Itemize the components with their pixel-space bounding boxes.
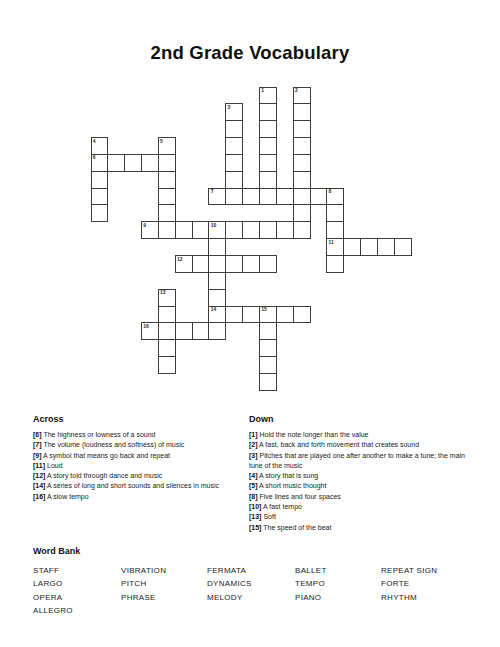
across-clue-11: [11] Loud [33,461,245,471]
grid-cell-r11c7[interactable] [208,272,226,290]
grid-cell-r16c10[interactable] [259,356,277,374]
grid-cell-r0c10[interactable]: 1 [259,87,277,105]
puzzle-title: 2nd Grade Vocabulary [0,42,500,64]
word-bank-column-4: BALLETTEMPOPIANO [295,564,381,617]
across-clue-16: [16] A slow tempo [33,492,245,502]
cell-number-2: 2 [295,88,298,93]
grid-cell-r8c4[interactable] [158,221,176,239]
grid-cell-r6c9[interactable] [242,188,260,206]
grid-cell-r16c4[interactable] [158,356,176,374]
grid-cell-r15c4[interactable] [158,339,176,357]
grid-cell-r3c8[interactable] [225,137,243,155]
word-bank-column-2: VIBRATIONPITCHPHRASE [121,564,207,617]
word-bank-section: Word Bank STAFFLARGOOPERAALLEGROVIBRATIO… [33,546,473,617]
grid-cell-r9c17[interactable] [377,238,395,256]
grid-cell-r8c8[interactable] [225,221,243,239]
grid-cell-r13c4[interactable] [158,306,176,324]
grid-cell-r8c11[interactable] [276,221,294,239]
grid-cell-r6c4[interactable] [158,188,176,206]
grid-cell-r13c9[interactable] [242,306,260,324]
grid-cell-r14c6[interactable] [192,322,210,340]
down-clue-10: [10] A fast tempo [249,502,477,512]
across-clue-list: [6] The highness or lowness of a sound[7… [33,430,245,502]
grid-cell-r8c3[interactable]: 9 [141,221,159,239]
grid-cell-r9c18[interactable] [394,238,412,256]
word-bank-word-dynamics: DYNAMICS [207,577,295,590]
cell-number-7: 7 [211,189,214,194]
grid-cell-r13c11[interactable] [276,306,294,324]
cell-number-5: 5 [160,139,163,144]
grid-cell-r4c1[interactable] [107,154,125,172]
grid-cell-r6c14[interactable]: 8 [326,188,344,206]
cell-number-11: 11 [329,240,334,245]
grid-cell-r14c5[interactable] [175,322,193,340]
grid-cell-r4c2[interactable] [124,154,142,172]
grid-cell-r4c12[interactable] [293,154,311,172]
grid-cell-r13c7[interactable]: 14 [208,306,226,324]
word-bank-word-rhythm: RHYTHM [381,591,437,604]
grid-cell-r13c8[interactable] [225,306,243,324]
grid-cell-r4c4[interactable] [158,154,176,172]
grid-cell-r7c14[interactable] [326,204,344,222]
word-bank-word-ballet: BALLET [295,564,381,577]
cell-number-13: 13 [160,290,166,295]
grid-cell-r13c10[interactable]: 15 [259,306,277,324]
grid-cell-r6c12[interactable] [293,188,311,206]
grid-cell-r7c4[interactable] [158,204,176,222]
grid-cell-r5c0[interactable] [91,171,109,189]
grid-cell-r10c10[interactable] [259,255,277,273]
grid-cell-r0c12[interactable]: 2 [293,87,311,105]
grid-cell-r1c10[interactable] [259,103,277,121]
crossword-grid: 12345678910111213141516 [91,87,412,391]
word-bank-word-staff: STAFF [33,564,121,577]
cell-number-6: 6 [93,155,96,160]
grid-cell-r14c3[interactable]: 16 [141,322,159,340]
word-bank-word-repeat-sign: REPEAT SIGN [381,564,437,577]
grid-cell-r8c5[interactable] [175,221,193,239]
cell-number-15: 15 [261,307,267,312]
word-bank-word-largo: LARGO [33,577,121,590]
grid-cell-r7c0[interactable] [91,204,109,222]
grid-cell-r14c10[interactable] [259,322,277,340]
word-bank-header: Word Bank [33,546,473,556]
grid-cell-r4c10[interactable] [259,154,277,172]
grid-cell-r4c0[interactable]: 6 [91,154,109,172]
grid-cell-r5c12[interactable] [293,171,311,189]
word-bank-word-melody: MELODY [207,591,295,604]
grid-cell-r5c10[interactable] [259,171,277,189]
grid-cell-r9c7[interactable] [208,238,226,256]
down-clue-3: [3] Pitches that are played one after an… [249,451,477,472]
grid-cell-r10c5[interactable]: 12 [175,255,193,273]
down-clue-8: [8] Five lines and four spaces [249,492,477,502]
grid-cell-r15c10[interactable] [259,339,277,357]
down-clue-5: [5] A short music thought [249,481,477,491]
word-bank-word-tempo: TEMPO [295,577,381,590]
word-bank-word-pitch: PITCH [121,577,207,590]
word-bank-word-piano: PIANO [295,591,381,604]
cell-number-16: 16 [143,324,149,329]
cell-number-12: 12 [177,257,183,262]
cell-number-1: 1 [261,88,264,93]
down-clue-4: [4] A story that is sung [249,471,477,481]
grid-cell-r8c14[interactable] [326,221,344,239]
grid-cell-r6c11[interactable] [276,188,294,206]
grid-cell-r4c8[interactable] [225,154,243,172]
grid-cell-r10c7[interactable] [208,255,226,273]
across-clue-12: [12] A story told through dance and musi… [33,471,245,481]
grid-cell-r10c9[interactable] [242,255,260,273]
grid-cell-r2c8[interactable] [225,120,243,138]
down-clue-1: [1] Hold the note longer than the value [249,430,477,440]
cell-number-8: 8 [329,189,332,194]
grid-cell-r17c10[interactable] [259,373,277,391]
grid-cell-r6c10[interactable] [259,188,277,206]
down-clue-13: [13] Soft [249,512,477,522]
grid-cell-r7c12[interactable] [293,204,311,222]
grid-cell-r2c12[interactable] [293,120,311,138]
down-header: Down [249,414,477,424]
across-clue-9: [9] A symbol that means go back and repe… [33,451,245,461]
grid-cell-r9c14[interactable]: 11 [326,238,344,256]
grid-cell-r14c4[interactable] [158,322,176,340]
across-clues-section: Across [6] The highness or lowness of a … [33,414,245,502]
down-clue-2: [2] A fast, back and forth movement that… [249,440,477,450]
grid-cell-r3c0[interactable]: 4 [91,137,109,155]
grid-cell-r9c15[interactable] [343,238,361,256]
grid-cell-r3c4[interactable]: 5 [158,137,176,155]
word-bank-list: STAFFLARGOOPERAALLEGROVIBRATIONPITCHPHRA… [33,564,473,617]
grid-cell-r6c7[interactable]: 7 [208,188,226,206]
grid-cell-r10c6[interactable] [192,255,210,273]
cell-number-10: 10 [211,223,217,228]
cell-number-4: 4 [93,139,96,144]
grid-cell-r2c10[interactable] [259,120,277,138]
across-clue-6: [6] The highness or lowness of a sound [33,430,245,440]
grid-cell-r4c3[interactable] [141,154,159,172]
grid-cell-r5c4[interactable] [158,171,176,189]
word-bank-column-1: STAFFLARGOOPERAALLEGRO [33,564,121,617]
grid-cell-r12c4[interactable]: 13 [158,289,176,307]
grid-cell-r1c12[interactable] [293,103,311,121]
across-clue-7: [7] The volume (loudness and softness) o… [33,440,245,450]
word-bank-word-fermata: FERMATA [207,564,295,577]
word-bank-word-vibration: VIBRATION [121,564,207,577]
word-bank-word-opera: OPERA [33,591,121,604]
across-header: Across [33,414,245,424]
across-clue-14: [14] A series of long and short sounds a… [33,481,245,491]
grid-cell-r6c8[interactable] [225,188,243,206]
grid-cell-r10c14[interactable] [326,255,344,273]
grid-cell-r8c9[interactable] [242,221,260,239]
grid-cell-r12c7[interactable] [208,289,226,307]
grid-cell-r13c12[interactable] [293,306,311,324]
grid-cell-r5c8[interactable] [225,171,243,189]
word-bank-word-phrase: PHRASE [121,591,207,604]
grid-cell-r9c16[interactable] [360,238,378,256]
down-clues-section: Down [1] Hold the note longer than the v… [249,414,477,533]
grid-cell-r10c8[interactable] [225,255,243,273]
grid-cell-r8c12[interactable] [293,221,311,239]
word-bank-column-5: REPEAT SIGNFORTERHYTHM [381,564,437,617]
cell-number-3: 3 [227,105,230,110]
down-clue-15: [15] The speed of the beat [249,523,477,533]
grid-cell-r8c10[interactable] [259,221,277,239]
word-bank-word-forte: FORTE [381,577,437,590]
grid-cell-r8c6[interactable] [192,221,210,239]
grid-cell-r6c0[interactable] [91,188,109,206]
grid-cell-r14c7[interactable] [208,322,226,340]
grid-cell-r3c10[interactable] [259,137,277,155]
grid-cell-r8c7[interactable]: 10 [208,221,226,239]
grid-cell-r3c12[interactable] [293,137,311,155]
crossword-worksheet: { "game": "crossword", "title": "2nd Gra… [0,0,500,647]
grid-cell-r6c13[interactable] [310,188,328,206]
grid-cell-r1c8[interactable]: 3 [225,103,243,121]
cell-number-9: 9 [143,223,146,228]
word-bank-column-3: FERMATADYNAMICSMELODY [207,564,295,617]
word-bank-word-allegro: ALLEGRO [33,604,121,617]
down-clue-list: [1] Hold the note longer than the value[… [249,430,477,533]
cell-number-14: 14 [211,307,217,312]
